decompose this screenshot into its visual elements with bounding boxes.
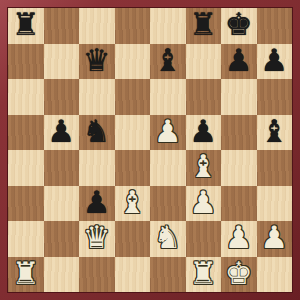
square-f6[interactable] (186, 79, 222, 115)
black-knight-c5[interactable]: ♞ (83, 114, 111, 150)
chess-board: ♜♜♚♛♝♟♟♟♞♟♟♝♝♟♝♟♛♞♟♟♜♜♚ (8, 8, 292, 292)
black-queen-c7[interactable]: ♛ (83, 43, 111, 79)
square-c3[interactable]: ♟ (79, 186, 115, 222)
square-c1[interactable] (79, 257, 115, 293)
square-b2[interactable] (44, 221, 80, 257)
square-c2[interactable]: ♛ (79, 221, 115, 257)
white-rook-a1[interactable]: ♜ (12, 256, 40, 292)
square-a7[interactable] (8, 44, 44, 80)
square-f7[interactable] (186, 44, 222, 80)
square-f8[interactable]: ♜ (186, 8, 222, 44)
square-g4[interactable] (221, 150, 257, 186)
square-d8[interactable] (115, 8, 151, 44)
square-e2[interactable]: ♞ (150, 221, 186, 257)
black-bishop-h5[interactable]: ♝ (260, 114, 288, 150)
square-g3[interactable] (221, 186, 257, 222)
square-e8[interactable] (150, 8, 186, 44)
white-rook-f1[interactable]: ♜ (189, 256, 217, 292)
square-g8[interactable]: ♚ (221, 8, 257, 44)
square-e3[interactable] (150, 186, 186, 222)
square-c5[interactable]: ♞ (79, 115, 115, 151)
square-h4[interactable] (257, 150, 293, 186)
square-b5[interactable]: ♟ (44, 115, 80, 151)
white-bishop-d3[interactable]: ♝ (118, 185, 146, 221)
black-pawn-c3[interactable]: ♟ (83, 185, 111, 221)
square-e5[interactable]: ♟ (150, 115, 186, 151)
black-king-g8[interactable]: ♚ (225, 7, 253, 43)
square-a4[interactable] (8, 150, 44, 186)
square-e4[interactable] (150, 150, 186, 186)
square-c4[interactable] (79, 150, 115, 186)
square-d2[interactable] (115, 221, 151, 257)
black-rook-a8[interactable]: ♜ (12, 7, 40, 43)
white-pawn-h2[interactable]: ♟ (260, 220, 288, 256)
white-pawn-e5[interactable]: ♟ (154, 114, 182, 150)
white-king-g1[interactable]: ♚ (225, 256, 253, 292)
square-f2[interactable] (186, 221, 222, 257)
square-h1[interactable] (257, 257, 293, 293)
board-frame: ♜♜♚♛♝♟♟♟♞♟♟♝♝♟♝♟♛♞♟♟♜♜♚ (0, 0, 300, 300)
square-a8[interactable]: ♜ (8, 8, 44, 44)
square-g6[interactable] (221, 79, 257, 115)
square-a3[interactable] (8, 186, 44, 222)
square-h7[interactable]: ♟ (257, 44, 293, 80)
square-e6[interactable] (150, 79, 186, 115)
square-g7[interactable]: ♟ (221, 44, 257, 80)
black-pawn-g7[interactable]: ♟ (225, 43, 253, 79)
square-d3[interactable]: ♝ (115, 186, 151, 222)
white-pawn-g2[interactable]: ♟ (225, 220, 253, 256)
square-h5[interactable]: ♝ (257, 115, 293, 151)
square-f4[interactable]: ♝ (186, 150, 222, 186)
black-pawn-b5[interactable]: ♟ (47, 114, 75, 150)
square-b8[interactable] (44, 8, 80, 44)
square-b4[interactable] (44, 150, 80, 186)
black-pawn-h7[interactable]: ♟ (260, 43, 288, 79)
square-h2[interactable]: ♟ (257, 221, 293, 257)
square-g2[interactable]: ♟ (221, 221, 257, 257)
white-pawn-f3[interactable]: ♟ (189, 185, 217, 221)
black-pawn-f5[interactable]: ♟ (189, 114, 217, 150)
square-d7[interactable] (115, 44, 151, 80)
square-b7[interactable] (44, 44, 80, 80)
square-a5[interactable] (8, 115, 44, 151)
square-d6[interactable] (115, 79, 151, 115)
square-d4[interactable] (115, 150, 151, 186)
square-b6[interactable] (44, 79, 80, 115)
square-c7[interactable]: ♛ (79, 44, 115, 80)
square-a1[interactable]: ♜ (8, 257, 44, 293)
white-queen-c2[interactable]: ♛ (83, 220, 111, 256)
square-e7[interactable]: ♝ (150, 44, 186, 80)
square-f1[interactable]: ♜ (186, 257, 222, 293)
square-d1[interactable] (115, 257, 151, 293)
square-h3[interactable] (257, 186, 293, 222)
square-c8[interactable] (79, 8, 115, 44)
square-b3[interactable] (44, 186, 80, 222)
black-bishop-e7[interactable]: ♝ (154, 43, 182, 79)
square-c6[interactable] (79, 79, 115, 115)
square-f3[interactable]: ♟ (186, 186, 222, 222)
square-g5[interactable] (221, 115, 257, 151)
square-h6[interactable] (257, 79, 293, 115)
square-e1[interactable] (150, 257, 186, 293)
square-a2[interactable] (8, 221, 44, 257)
square-h8[interactable] (257, 8, 293, 44)
square-b1[interactable] (44, 257, 80, 293)
square-a6[interactable] (8, 79, 44, 115)
square-f5[interactable]: ♟ (186, 115, 222, 151)
white-bishop-f4[interactable]: ♝ (189, 149, 217, 185)
black-rook-f8[interactable]: ♜ (189, 7, 217, 43)
square-d5[interactable] (115, 115, 151, 151)
square-g1[interactable]: ♚ (221, 257, 257, 293)
white-knight-e2[interactable]: ♞ (154, 220, 182, 256)
